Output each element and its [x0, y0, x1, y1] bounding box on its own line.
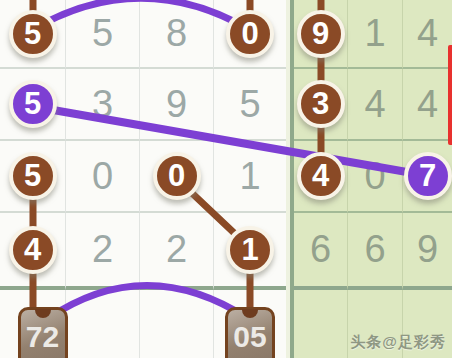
cell-r4c3: 2 [140, 213, 214, 290]
plain-number: 0 [364, 155, 385, 198]
cell-r2c3: 9 [140, 69, 214, 141]
brown-circle-0: 0 [153, 152, 201, 200]
plain-number: 3 [92, 83, 113, 126]
cell-r3c2: 0 [66, 141, 140, 213]
brown-circle-1: 1 [226, 226, 274, 274]
brown-circle-5: 5 [9, 10, 57, 58]
cell-r1c1: 5 [0, 0, 66, 69]
cell-r4c4: 1 [214, 213, 286, 290]
brown-circle-3: 3 [297, 80, 345, 128]
cell-r5c5 [294, 290, 348, 358]
cell-r3c4: 1 [214, 141, 286, 213]
brown-circle-5: 5 [9, 152, 57, 200]
plain-number: 6 [310, 228, 331, 271]
brown-circle-0: 0 [226, 10, 274, 58]
cell-r3c6: 0 [348, 141, 403, 213]
cell-r4c2: 2 [66, 213, 140, 290]
cell-r2c2: 3 [66, 69, 140, 141]
sum-badge-72: 72 [18, 307, 68, 358]
plain-number: 6 [364, 228, 385, 271]
cell-r2c5: 3 [294, 69, 348, 141]
cell-r4c7: 9 [403, 213, 452, 290]
plain-number: 9 [166, 83, 187, 126]
plain-number: 4 [364, 83, 385, 126]
cell-r3c1: 5 [0, 141, 66, 213]
plain-number: 8 [166, 12, 187, 55]
cell-r1c3: 8 [140, 0, 214, 69]
plain-number: 1 [364, 12, 385, 55]
cell-r5c3 [140, 290, 214, 358]
section-divider [286, 0, 294, 358]
brown-circle-9: 9 [297, 10, 345, 58]
cell-r3c3: 0 [140, 141, 214, 213]
cell-r5c4: 05 [214, 290, 286, 358]
brown-circle-4: 4 [9, 226, 57, 274]
plain-number: 4 [417, 12, 438, 55]
plain-number: 2 [92, 228, 113, 271]
cell-r1c2: 5 [66, 0, 140, 69]
cell-r4c1: 4 [0, 213, 66, 290]
plain-number: 1 [239, 155, 260, 198]
cell-r1c7: 4 [403, 0, 452, 69]
plain-number: 0 [92, 155, 113, 198]
cell-r5c2 [66, 290, 140, 358]
cell-r4c5: 6 [294, 213, 348, 290]
brown-circle-4: 4 [297, 152, 345, 200]
cell-r4c6: 6 [348, 213, 403, 290]
cell-r2c1: 5 [0, 69, 66, 141]
cell-r2c7: 4 [403, 69, 452, 141]
purple-circle-7: 7 [404, 152, 452, 200]
cell-r1c6: 1 [348, 0, 403, 69]
trend-chart: 55809145395344500140742216697205 头条@足彩秀 [0, 0, 452, 358]
watermark: 头条@足彩秀 [350, 333, 446, 352]
cell-r1c5: 9 [294, 0, 348, 69]
cell-r5c1: 72 [0, 290, 66, 358]
plain-number: 5 [92, 12, 113, 55]
cell-r1c4: 0 [214, 0, 286, 69]
cell-r3c5: 4 [294, 141, 348, 213]
cell-r2c6: 4 [348, 69, 403, 141]
red-edge-stripe [448, 45, 452, 145]
cell-r2c4: 5 [214, 69, 286, 141]
plain-number: 2 [166, 228, 187, 271]
cell-r3c7: 7 [403, 141, 452, 213]
number-grid: 55809145395344500140742216697205 [0, 0, 452, 358]
sum-badge-05: 05 [225, 307, 275, 358]
purple-circle-5: 5 [9, 80, 57, 128]
plain-number: 9 [417, 228, 438, 271]
plain-number: 5 [239, 83, 260, 126]
plain-number: 4 [417, 83, 438, 126]
